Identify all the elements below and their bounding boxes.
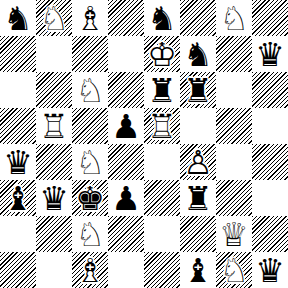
square-c8[interactable]: ♝♗ <box>72 0 108 36</box>
square-f6[interactable]: ♜♜ <box>180 72 216 108</box>
piece-knockout-halo: ♜ <box>36 108 72 144</box>
black-queen-icon: ♛ <box>252 252 288 288</box>
white-knight-icon: ♘ <box>72 144 108 180</box>
piece-knockout-halo: ♞ <box>0 0 36 36</box>
piece-black-queen[interactable]: ♛♛ <box>0 144 36 180</box>
piece-knockout-halo: ♛ <box>252 252 288 288</box>
piece-knockout-halo: ♝ <box>0 180 36 216</box>
piece-white-bishop[interactable]: ♝♗ <box>72 252 108 288</box>
square-h8[interactable] <box>252 0 288 36</box>
piece-knockout-halo: ♞ <box>72 144 108 180</box>
square-e3[interactable] <box>144 180 180 216</box>
square-b7[interactable] <box>36 36 72 72</box>
square-b5[interactable]: ♜♖ <box>36 108 72 144</box>
black-knight-icon: ♞ <box>0 0 36 36</box>
square-a2[interactable] <box>0 216 36 252</box>
square-c7[interactable] <box>72 36 108 72</box>
piece-knockout-halo: ♛ <box>252 36 288 72</box>
piece-black-king[interactable]: ♚♚ <box>72 180 108 216</box>
piece-knockout-halo: ♚ <box>144 36 180 72</box>
square-f1[interactable]: ♝♝ <box>180 252 216 288</box>
square-e2[interactable] <box>144 216 180 252</box>
piece-white-rook[interactable]: ♜♖ <box>144 108 180 144</box>
square-e5[interactable]: ♜♖ <box>144 108 180 144</box>
square-h7[interactable]: ♛♛ <box>252 36 288 72</box>
square-g2[interactable]: ♛♕ <box>216 216 252 252</box>
piece-knockout-halo: ♝ <box>72 0 108 36</box>
square-d8[interactable] <box>108 0 144 36</box>
white-bishop-icon: ♗ <box>72 252 108 288</box>
black-knight-icon: ♞ <box>180 36 216 72</box>
square-g3[interactable] <box>216 180 252 216</box>
piece-knockout-halo: ♞ <box>72 216 108 252</box>
black-knight-icon: ♞ <box>144 0 180 36</box>
square-g1[interactable]: ♞♘ <box>216 252 252 288</box>
square-d3[interactable]: ♟♟ <box>108 180 144 216</box>
black-bishop-icon: ♝ <box>0 180 36 216</box>
piece-black-bishop[interactable]: ♝♝ <box>180 252 216 288</box>
white-rook-icon: ♖ <box>36 108 72 144</box>
square-b6[interactable] <box>36 72 72 108</box>
piece-knockout-halo: ♞ <box>216 252 252 288</box>
piece-knockout-halo: ♟ <box>108 180 144 216</box>
square-f2[interactable] <box>180 216 216 252</box>
white-knight-icon: ♘ <box>216 0 252 36</box>
black-queen-icon: ♛ <box>36 180 72 216</box>
square-f5[interactable] <box>180 108 216 144</box>
square-g5[interactable] <box>216 108 252 144</box>
square-g8[interactable]: ♞♘ <box>216 0 252 36</box>
white-bishop-icon: ♗ <box>72 0 108 36</box>
square-d2[interactable] <box>108 216 144 252</box>
square-g4[interactable] <box>216 144 252 180</box>
white-knight-icon: ♘ <box>36 0 72 36</box>
piece-knockout-halo: ♜ <box>180 180 216 216</box>
square-a5[interactable] <box>0 108 36 144</box>
piece-white-knight[interactable]: ♞♘ <box>216 0 252 36</box>
white-king-icon: ♔ <box>144 36 180 72</box>
square-h1[interactable]: ♛♛ <box>252 252 288 288</box>
square-b4[interactable] <box>36 144 72 180</box>
white-knight-icon: ♘ <box>72 72 108 108</box>
piece-black-rook[interactable]: ♜♜ <box>180 180 216 216</box>
square-c4[interactable]: ♞♘ <box>72 144 108 180</box>
square-e4[interactable] <box>144 144 180 180</box>
piece-black-rook[interactable]: ♜♜ <box>180 72 216 108</box>
square-b2[interactable] <box>36 216 72 252</box>
square-a6[interactable] <box>0 72 36 108</box>
piece-black-pawn[interactable]: ♟♟ <box>108 180 144 216</box>
white-knight-icon: ♘ <box>72 216 108 252</box>
square-c1[interactable]: ♝♗ <box>72 252 108 288</box>
square-e7[interactable]: ♚♔ <box>144 36 180 72</box>
square-c3[interactable]: ♚♚ <box>72 180 108 216</box>
white-rook-icon: ♖ <box>144 108 180 144</box>
square-h5[interactable] <box>252 108 288 144</box>
square-d7[interactable] <box>108 36 144 72</box>
piece-white-bishop[interactable]: ♝♗ <box>72 0 108 36</box>
square-d6[interactable] <box>108 72 144 108</box>
square-a7[interactable] <box>0 36 36 72</box>
piece-knockout-halo: ♞ <box>36 0 72 36</box>
black-rook-icon: ♜ <box>180 180 216 216</box>
piece-knockout-halo: ♜ <box>144 72 180 108</box>
square-f8[interactable] <box>180 0 216 36</box>
piece-white-knight[interactable]: ♞♘ <box>72 216 108 252</box>
piece-white-queen[interactable]: ♛♕ <box>216 216 252 252</box>
square-h6[interactable] <box>252 72 288 108</box>
piece-knockout-halo: ♜ <box>144 108 180 144</box>
piece-knockout-halo: ♛ <box>216 216 252 252</box>
piece-white-knight[interactable]: ♞♘ <box>72 144 108 180</box>
square-h2[interactable] <box>252 216 288 252</box>
black-pawn-icon: ♟ <box>108 180 144 216</box>
square-d5[interactable]: ♟♟ <box>108 108 144 144</box>
piece-knockout-halo: ♝ <box>72 252 108 288</box>
piece-white-knight[interactable]: ♞♘ <box>72 72 108 108</box>
piece-knockout-halo: ♟ <box>108 108 144 144</box>
piece-black-rook[interactable]: ♜♜ <box>144 72 180 108</box>
piece-black-queen[interactable]: ♛♛ <box>36 180 72 216</box>
piece-knockout-halo: ♞ <box>216 0 252 36</box>
piece-knockout-halo: ♛ <box>0 144 36 180</box>
square-a4[interactable]: ♛♛ <box>0 144 36 180</box>
piece-black-knight[interactable]: ♞♞ <box>0 0 36 36</box>
piece-white-knight[interactable]: ♞♘ <box>216 252 252 288</box>
square-b8[interactable]: ♞♘ <box>36 0 72 36</box>
piece-knockout-halo: ♞ <box>144 0 180 36</box>
black-rook-icon: ♜ <box>180 72 216 108</box>
square-e1[interactable] <box>144 252 180 288</box>
square-b1[interactable] <box>36 252 72 288</box>
piece-knockout-halo: ♜ <box>180 72 216 108</box>
black-queen-icon: ♛ <box>252 36 288 72</box>
square-g7[interactable] <box>216 36 252 72</box>
square-h4[interactable] <box>252 144 288 180</box>
piece-white-knight[interactable]: ♞♘ <box>36 0 72 36</box>
square-d4[interactable] <box>108 144 144 180</box>
square-g6[interactable] <box>216 72 252 108</box>
square-h3[interactable] <box>252 180 288 216</box>
piece-black-pawn[interactable]: ♟♟ <box>108 108 144 144</box>
square-f4[interactable]: ♟♙ <box>180 144 216 180</box>
piece-black-queen[interactable]: ♛♛ <box>252 36 288 72</box>
piece-knockout-halo: ♝ <box>180 252 216 288</box>
piece-knockout-halo: ♚ <box>72 180 108 216</box>
square-a8[interactable]: ♞♞ <box>0 0 36 36</box>
white-pawn-icon: ♙ <box>180 144 216 180</box>
white-queen-icon: ♕ <box>216 216 252 252</box>
square-d1[interactable] <box>108 252 144 288</box>
piece-white-king[interactable]: ♚♔ <box>144 36 180 72</box>
piece-black-knight[interactable]: ♞♞ <box>180 36 216 72</box>
black-queen-icon: ♛ <box>0 144 36 180</box>
white-knight-icon: ♘ <box>216 252 252 288</box>
piece-knockout-halo: ♟ <box>180 144 216 180</box>
square-f7[interactable]: ♞♞ <box>180 36 216 72</box>
square-a3[interactable]: ♝♝ <box>0 180 36 216</box>
square-c5[interactable] <box>72 108 108 144</box>
piece-black-queen[interactable]: ♛♛ <box>252 252 288 288</box>
piece-black-knight[interactable]: ♞♞ <box>144 0 180 36</box>
piece-knockout-halo: ♞ <box>180 36 216 72</box>
piece-white-rook[interactable]: ♜♖ <box>36 108 72 144</box>
black-pawn-icon: ♟ <box>108 108 144 144</box>
square-a1[interactable] <box>0 252 36 288</box>
piece-knockout-halo: ♛ <box>36 180 72 216</box>
square-b3[interactable]: ♛♛ <box>36 180 72 216</box>
piece-white-pawn[interactable]: ♟♙ <box>180 144 216 180</box>
black-rook-icon: ♜ <box>144 72 180 108</box>
black-king-icon: ♚ <box>72 180 108 216</box>
square-c2[interactable]: ♞♘ <box>72 216 108 252</box>
piece-black-bishop[interactable]: ♝♝ <box>0 180 36 216</box>
square-c6[interactable]: ♞♘ <box>72 72 108 108</box>
piece-knockout-halo: ♞ <box>72 72 108 108</box>
square-e6[interactable]: ♜♜ <box>144 72 180 108</box>
chess-board: ♞♞♞♘♝♗♞♞♞♘♚♔♞♞♛♛♞♘♜♜♜♜♜♖♟♟♜♖♛♛♞♘♟♙♝♝♛♛♚♚… <box>0 0 288 288</box>
square-f3[interactable]: ♜♜ <box>180 180 216 216</box>
black-bishop-icon: ♝ <box>180 252 216 288</box>
square-e8[interactable]: ♞♞ <box>144 0 180 36</box>
